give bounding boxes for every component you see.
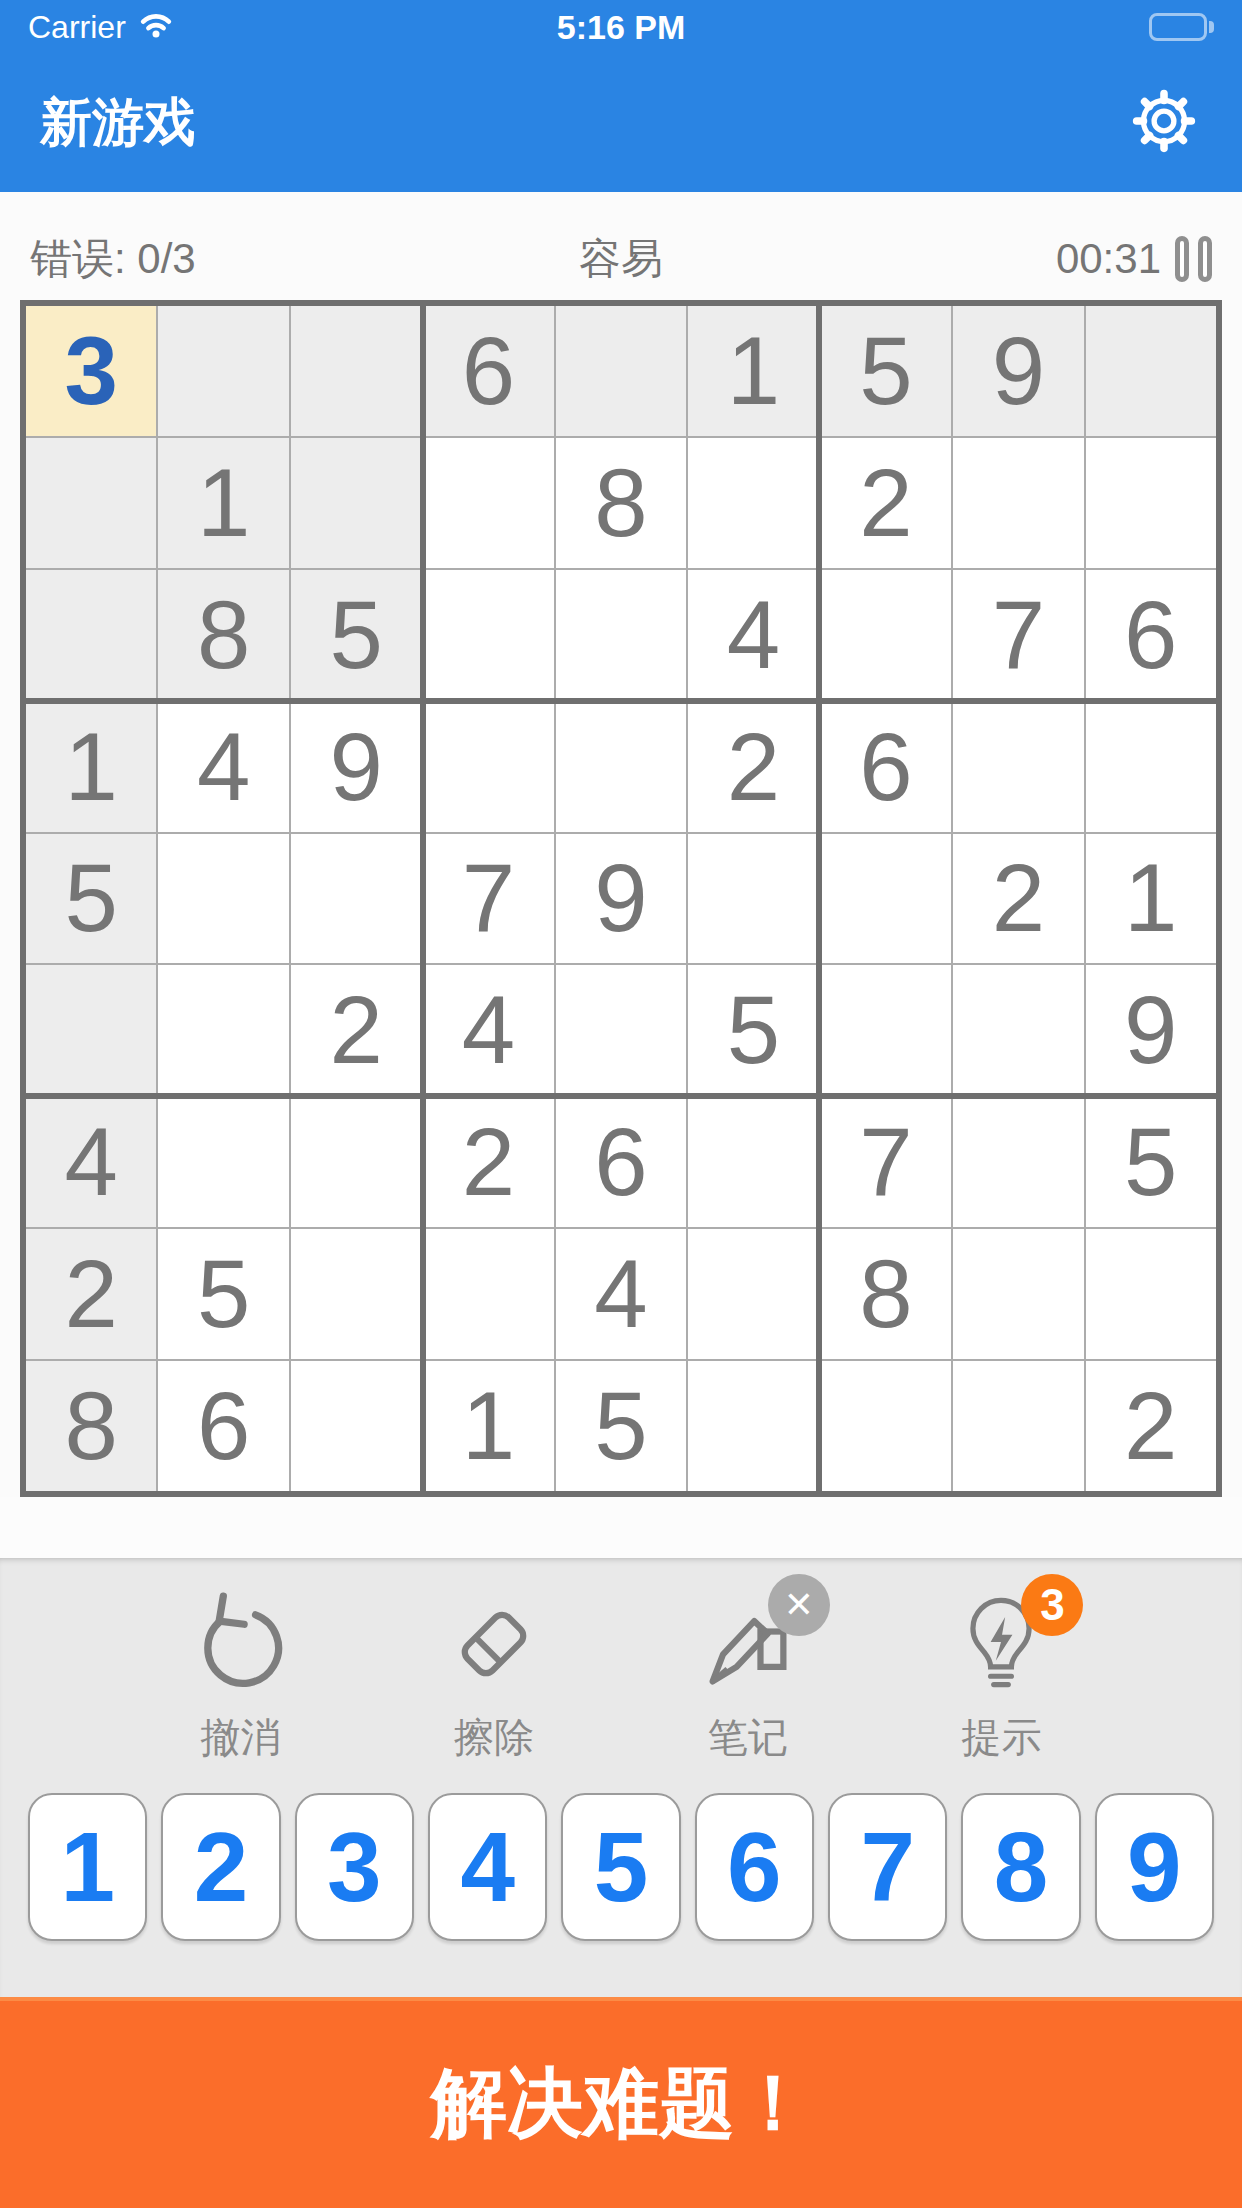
cell-r3c3[interactable]: 5 [291, 570, 421, 700]
pause-icon [1175, 236, 1189, 282]
number-pad: 123456789 [0, 1793, 1242, 1941]
cell-r9c1[interactable]: 8 [26, 1361, 156, 1491]
cell-r8c1[interactable]: 2 [26, 1229, 156, 1359]
cell-r8c7[interactable]: 8 [821, 1229, 951, 1359]
cell-r7c4[interactable]: 2 [423, 1097, 553, 1227]
cell-r7c3[interactable] [291, 1097, 421, 1227]
cell-r1c7[interactable]: 5 [821, 306, 951, 436]
cell-r6c4[interactable]: 4 [423, 965, 553, 1095]
cell-r4c1[interactable]: 1 [26, 702, 156, 832]
cell-r4c3[interactable]: 9 [291, 702, 421, 832]
cell-r1c5[interactable] [556, 306, 686, 436]
cell-r6c9[interactable]: 9 [1086, 965, 1216, 1095]
box-divider-vertical-2 [816, 306, 822, 1491]
numpad-button-5[interactable]: 5 [561, 1793, 680, 1941]
cell-r9c7[interactable] [821, 1361, 951, 1491]
box-divider-horizontal-2 [26, 1093, 1216, 1099]
cell-r6c5[interactable] [556, 965, 686, 1095]
numpad-button-4[interactable]: 4 [428, 1793, 547, 1941]
cell-r7c1[interactable]: 4 [26, 1097, 156, 1227]
carrier-label: Carrier [28, 9, 126, 46]
notes-button[interactable]: ✕ 笔记 [665, 1592, 830, 1765]
cell-r2c1[interactable] [26, 438, 156, 568]
cell-r4c4[interactable] [423, 702, 553, 832]
difficulty-label: 容易 [424, 231, 818, 287]
solve-button[interactable]: 解决难题！ [0, 1997, 1242, 2208]
cell-r9c5[interactable]: 5 [556, 1361, 686, 1491]
cell-r7c6[interactable] [688, 1097, 818, 1227]
spacer [0, 1497, 1242, 1558]
pause-icon [1198, 236, 1212, 282]
cell-r1c3[interactable] [291, 306, 421, 436]
cell-r7c5[interactable]: 6 [556, 1097, 686, 1227]
cell-r3c4[interactable] [423, 570, 553, 700]
cell-r8c4[interactable] [423, 1229, 553, 1359]
notes-label: 笔记 [708, 1710, 788, 1765]
cell-r3c6[interactable]: 4 [688, 570, 818, 700]
cell-r9c2[interactable]: 6 [158, 1361, 288, 1491]
cell-r2c9[interactable] [1086, 438, 1216, 568]
cell-r8c2[interactable]: 5 [158, 1229, 288, 1359]
cell-r2c3[interactable] [291, 438, 421, 568]
undo-button[interactable]: 撤消 [158, 1592, 323, 1765]
cell-r3c2[interactable]: 8 [158, 570, 288, 700]
cell-r6c1[interactable] [26, 965, 156, 1095]
numpad-button-3[interactable]: 3 [295, 1793, 414, 1941]
cell-r4c8[interactable] [953, 702, 1083, 832]
cell-r4c5[interactable] [556, 702, 686, 832]
cell-r3c7[interactable] [821, 570, 951, 700]
hint-label: 提示 [961, 1710, 1041, 1765]
solve-button-label: 解决难题！ [431, 2053, 811, 2156]
status-bar: Carrier 5:16 PM [0, 0, 1242, 54]
cell-r4c9[interactable] [1086, 702, 1216, 832]
cell-r1c2[interactable] [158, 306, 288, 436]
cell-r8c3[interactable] [291, 1229, 421, 1359]
battery-icon [1149, 13, 1214, 41]
cell-r4c7[interactable]: 6 [821, 702, 951, 832]
settings-button[interactable] [1126, 83, 1202, 163]
cell-r3c5[interactable] [556, 570, 686, 700]
cell-r8c5[interactable]: 4 [556, 1229, 686, 1359]
wifi-icon [138, 9, 174, 46]
cell-r5c3[interactable] [291, 834, 421, 964]
cell-r6c6[interactable]: 5 [688, 965, 818, 1095]
cell-r7c2[interactable] [158, 1097, 288, 1227]
cell-r5c2[interactable] [158, 834, 288, 964]
gear-icon [1126, 145, 1202, 162]
cell-r1c4[interactable]: 6 [423, 306, 553, 436]
cell-r1c1[interactable]: 3 [26, 306, 156, 436]
cell-r9c8[interactable] [953, 1361, 1083, 1491]
cell-r5c5[interactable]: 9 [556, 834, 686, 964]
cell-r2c6[interactable] [688, 438, 818, 568]
cell-r9c4[interactable]: 1 [423, 1361, 553, 1491]
numpad-button-6[interactable]: 6 [695, 1793, 814, 1941]
box-divider-horizontal-1 [26, 698, 1216, 704]
cell-r1c9[interactable] [1086, 306, 1216, 436]
cell-r7c7[interactable]: 7 [821, 1097, 951, 1227]
cell-r9c6[interactable] [688, 1361, 818, 1491]
cell-r1c6[interactable]: 1 [688, 306, 818, 436]
numpad-button-8[interactable]: 8 [961, 1793, 1080, 1941]
status-time: 5:16 PM [423, 8, 818, 47]
cell-r5c9[interactable]: 1 [1086, 834, 1216, 964]
cell-r5c1[interactable]: 5 [26, 834, 156, 964]
erase-label: 擦除 [454, 1710, 534, 1765]
cell-r6c2[interactable] [158, 965, 288, 1095]
cell-r2c7[interactable]: 2 [821, 438, 951, 568]
cell-r5c6[interactable] [688, 834, 818, 964]
cell-r5c8[interactable]: 2 [953, 834, 1083, 964]
hint-button[interactable]: 3 提示 [919, 1592, 1084, 1765]
numpad-button-7[interactable]: 7 [828, 1793, 947, 1941]
mistakes-counter: 错误: 0/3 [30, 231, 424, 287]
cell-r2c4[interactable] [423, 438, 553, 568]
cell-r8c9[interactable] [1086, 1229, 1216, 1359]
numpad-button-2[interactable]: 2 [161, 1793, 280, 1941]
page-title: 新游戏 [40, 88, 196, 158]
numpad-button-9[interactable]: 9 [1095, 1793, 1214, 1941]
cell-r8c8[interactable] [953, 1229, 1083, 1359]
box-divider-vertical-1 [420, 306, 426, 1491]
app-header: Carrier 5:16 PM 新游戏 [0, 0, 1242, 192]
cell-r2c2[interactable]: 1 [158, 438, 288, 568]
toolbar: 撤消 擦除 ✕ 笔记 [0, 1558, 1242, 1997]
cell-r4c2[interactable]: 4 [158, 702, 288, 832]
sudoku-board[interactable]: 3615918285476149265792124594267525488615… [20, 300, 1222, 1497]
cell-r4c6[interactable]: 2 [688, 702, 818, 832]
numpad-button-1[interactable]: 1 [28, 1793, 147, 1941]
pause-button[interactable] [1175, 236, 1212, 282]
eraser-icon [442, 1592, 546, 1696]
undo-icon [189, 1592, 293, 1696]
cell-r3c8[interactable]: 7 [953, 570, 1083, 700]
cell-r3c1[interactable] [26, 570, 156, 700]
cell-r1c8[interactable]: 9 [953, 306, 1083, 436]
cell-r7c9[interactable]: 5 [1086, 1097, 1216, 1227]
timer-value: 00:31 [1056, 235, 1161, 283]
undo-label: 撤消 [201, 1710, 281, 1765]
cell-r9c9[interactable]: 2 [1086, 1361, 1216, 1491]
cell-r6c7[interactable] [821, 965, 951, 1095]
cell-r5c7[interactable] [821, 834, 951, 964]
erase-button[interactable]: 擦除 [412, 1592, 577, 1765]
cell-r5c4[interactable]: 7 [423, 834, 553, 964]
cell-r6c3[interactable]: 2 [291, 965, 421, 1095]
notes-off-badge: ✕ [768, 1574, 830, 1636]
cell-r9c3[interactable] [291, 1361, 421, 1491]
info-bar: 错误: 0/3 容易 00:31 [0, 192, 1242, 300]
cell-r3c9[interactable]: 6 [1086, 570, 1216, 700]
cell-r2c5[interactable]: 8 [556, 438, 686, 568]
hint-count-badge: 3 [1021, 1574, 1083, 1636]
cell-r8c6[interactable] [688, 1229, 818, 1359]
cell-r6c8[interactable] [953, 965, 1083, 1095]
cell-r7c8[interactable] [953, 1097, 1083, 1227]
cell-r2c8[interactable] [953, 438, 1083, 568]
